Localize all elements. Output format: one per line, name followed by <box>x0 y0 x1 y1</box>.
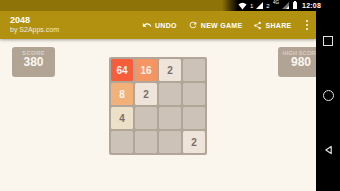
refresh-icon <box>188 20 198 30</box>
app-bar-actions: UNDO NEW GAME SHARE <box>142 20 311 31</box>
signal-triangle-icon <box>256 2 263 9</box>
board-cell: 8 <box>111 83 133 105</box>
board-cell <box>159 107 181 129</box>
board-cell: 4 <box>111 107 133 129</box>
board-cell <box>111 131 133 153</box>
overflow-menu-button[interactable] <box>303 20 312 31</box>
share-label: SHARE <box>265 22 291 29</box>
board-cell <box>135 107 157 129</box>
nav-bar <box>316 0 340 191</box>
board-cell <box>183 107 205 129</box>
app-bar: 2048 by S2Apps.com UNDO NEW GAME SHARE <box>0 11 316 39</box>
screen: 1 2 4G 12:08 2048 by S2Apps.com UN <box>0 0 340 191</box>
board-cell: 64 <box>111 59 133 81</box>
share-button[interactable]: SHARE <box>253 21 291 30</box>
score-value: 380 <box>12 56 55 69</box>
more-vert-icon <box>306 20 309 23</box>
home-icon <box>323 90 334 101</box>
board-cell: 2 <box>183 131 205 153</box>
signal-triangle-icon <box>282 2 289 9</box>
status-bar: 1 2 4G 12:08 <box>0 0 340 11</box>
board-cell <box>183 83 205 105</box>
share-icon <box>253 21 262 30</box>
undo-label: UNDO <box>155 22 177 29</box>
recents-button[interactable] <box>323 36 333 46</box>
undo-icon <box>142 20 152 30</box>
sim2-label: 2 <box>266 3 269 9</box>
undo-button[interactable]: UNDO <box>142 20 177 30</box>
network-type-label: 4G <box>273 1 279 6</box>
app-title: 2048 <box>10 15 59 26</box>
board[interactable]: 64 16 2 8 2 4 2 <box>109 57 207 155</box>
back-button[interactable] <box>324 145 333 155</box>
board-cell <box>159 83 181 105</box>
board-cell <box>135 131 157 153</box>
sim1-label: 1 <box>250 3 253 9</box>
home-button[interactable] <box>323 90 334 101</box>
board-cell: 2 <box>135 83 157 105</box>
board-cell <box>183 59 205 81</box>
app-bar-titles: 2048 by S2Apps.com <box>10 15 59 34</box>
new-game-label: NEW GAME <box>201 22 243 29</box>
board-cell <box>159 131 181 153</box>
content: SCORE 380 HIGH SCORE 980 64 16 2 8 2 4 2 <box>0 39 316 191</box>
wifi-icon <box>238 2 247 10</box>
battery-icon <box>293 2 297 9</box>
new-game-button[interactable]: NEW GAME <box>188 20 243 30</box>
status-clock: 12:08 <box>302 2 321 9</box>
recents-icon <box>323 36 333 46</box>
status-icons: 1 2 4G 12:08 <box>238 0 321 11</box>
app-subtitle: by S2Apps.com <box>10 26 59 34</box>
board-cell: 2 <box>159 59 181 81</box>
back-icon <box>324 145 333 155</box>
score-box: SCORE 380 <box>12 47 55 77</box>
board-cell: 16 <box>135 59 157 81</box>
